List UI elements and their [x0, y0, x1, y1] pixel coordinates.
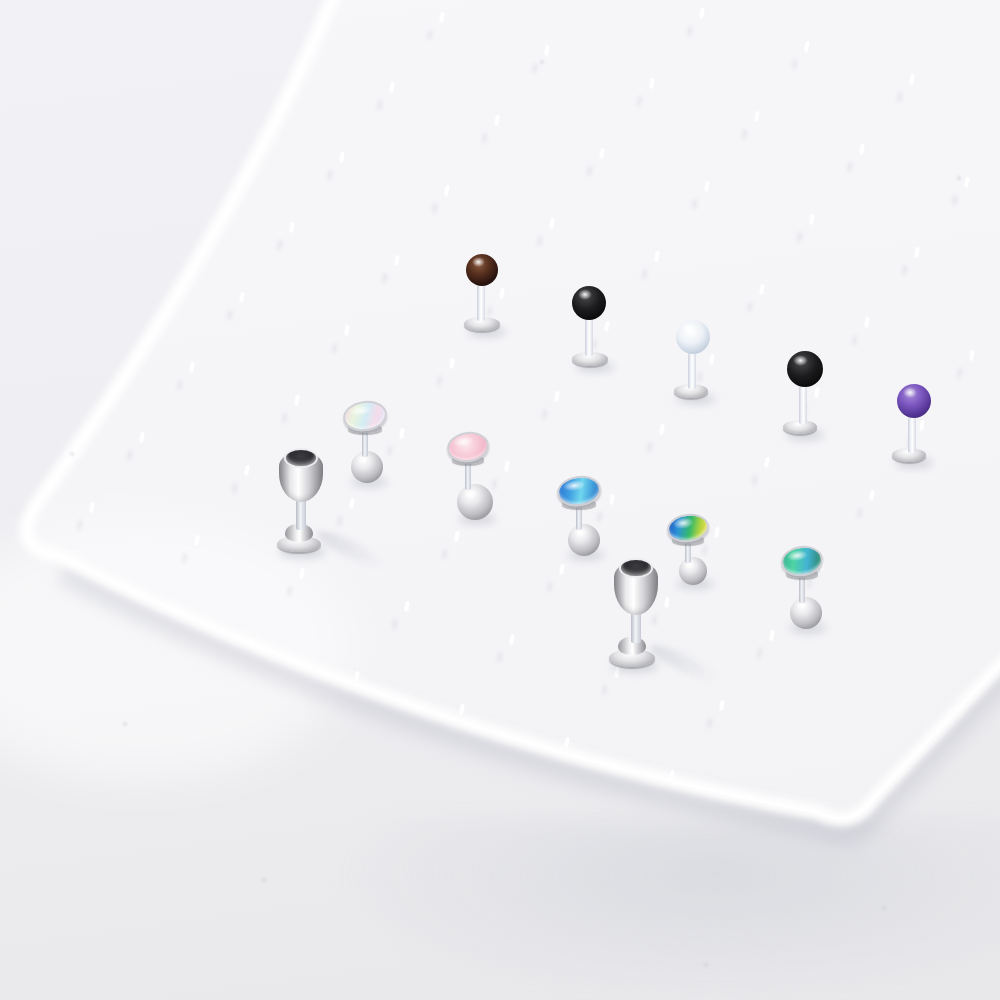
peg-hole: [754, 111, 760, 122]
peg-hole: [719, 700, 725, 711]
dust-speck: [123, 722, 127, 726]
dust-speck: [540, 60, 544, 64]
stud-rainbow-ball: [679, 557, 707, 585]
peg-hole: [869, 490, 875, 501]
peg-hole: [859, 144, 865, 155]
peg-hole: [544, 45, 550, 56]
peg-hole: [299, 568, 305, 579]
peg-hole: [404, 601, 410, 612]
peg-hole: [599, 148, 605, 159]
stud-opal-white-gem-ball: [676, 320, 710, 354]
dust-speck: [262, 878, 266, 882]
peg-hole: [769, 630, 775, 641]
peg-hole: [394, 255, 400, 266]
stud-tiger-brown-gem-ball: [466, 254, 498, 286]
product-photo-scene: [0, 0, 1000, 1000]
stud-black-2-gem-ball: [787, 351, 823, 387]
peg-hole: [604, 321, 610, 332]
peg-hole: [289, 222, 295, 233]
stud-teal-ball: [790, 597, 822, 629]
peg-hole: [239, 292, 245, 303]
peg-hole: [549, 218, 555, 229]
peg-hole: [189, 362, 195, 373]
peg-hole: [764, 457, 770, 468]
stud-pink-ball: [457, 484, 493, 520]
stud-blue-ball: [568, 524, 600, 556]
dust-speck: [70, 452, 74, 456]
peg-hole: [439, 12, 445, 23]
peg-hole: [509, 634, 515, 645]
peg-hole: [704, 181, 710, 192]
stud-tiger-brown-post: [477, 285, 485, 321]
peg-hole: [459, 704, 465, 715]
stud-black-1-gem-ball: [572, 286, 606, 320]
peg-hole: [554, 391, 560, 402]
stud-purple-gem-ball: [897, 384, 931, 418]
peg-hole: [354, 671, 360, 682]
peg-hole: [609, 494, 615, 505]
cup-stud-1-cup-opening: [284, 448, 318, 468]
peg-hole: [139, 432, 145, 443]
peg-hole: [919, 420, 925, 431]
peg-hole: [349, 498, 355, 509]
peg-hole: [664, 597, 670, 608]
peg-hole: [864, 317, 870, 328]
peg-hole: [964, 177, 970, 188]
peg-hole: [194, 535, 200, 546]
peg-hole: [759, 284, 765, 295]
peg-hole: [504, 461, 510, 472]
dust-speck: [704, 963, 708, 967]
peg-hole: [669, 770, 675, 781]
peg-hole: [649, 78, 655, 89]
stud-black-2-post: [799, 386, 807, 424]
peg-hole: [659, 424, 665, 435]
peg-hole: [399, 428, 405, 439]
peg-hole: [654, 251, 660, 262]
peg-hole: [699, 8, 705, 19]
peg-hole: [564, 737, 570, 748]
peg-hole: [809, 214, 815, 225]
peg-hole: [449, 358, 455, 369]
peg-hole: [914, 247, 920, 258]
dust-speck: [957, 176, 961, 180]
dust-speck: [882, 906, 886, 910]
peg-hole: [244, 465, 250, 476]
peg-hole: [969, 350, 975, 361]
peg-hole: [709, 354, 715, 365]
peg-hole: [909, 74, 915, 85]
peg-hole: [389, 82, 395, 93]
stud-opal-white-post: [688, 353, 696, 389]
peg-hole: [559, 564, 565, 575]
peg-hole: [294, 395, 300, 406]
stud-purple-post: [908, 417, 916, 453]
peg-hole: [804, 41, 810, 52]
peg-hole: [714, 527, 720, 538]
stud-black-1-post: [585, 319, 593, 356]
peg-hole: [444, 185, 450, 196]
peg-hole: [499, 288, 505, 299]
peg-hole: [339, 152, 345, 163]
peg-hole: [89, 502, 95, 513]
peg-hole: [494, 115, 500, 126]
peg-hole: [814, 387, 820, 398]
cup-stud-2-cup-opening: [619, 558, 653, 578]
peg-hole: [454, 531, 460, 542]
peg-hole: [344, 325, 350, 336]
